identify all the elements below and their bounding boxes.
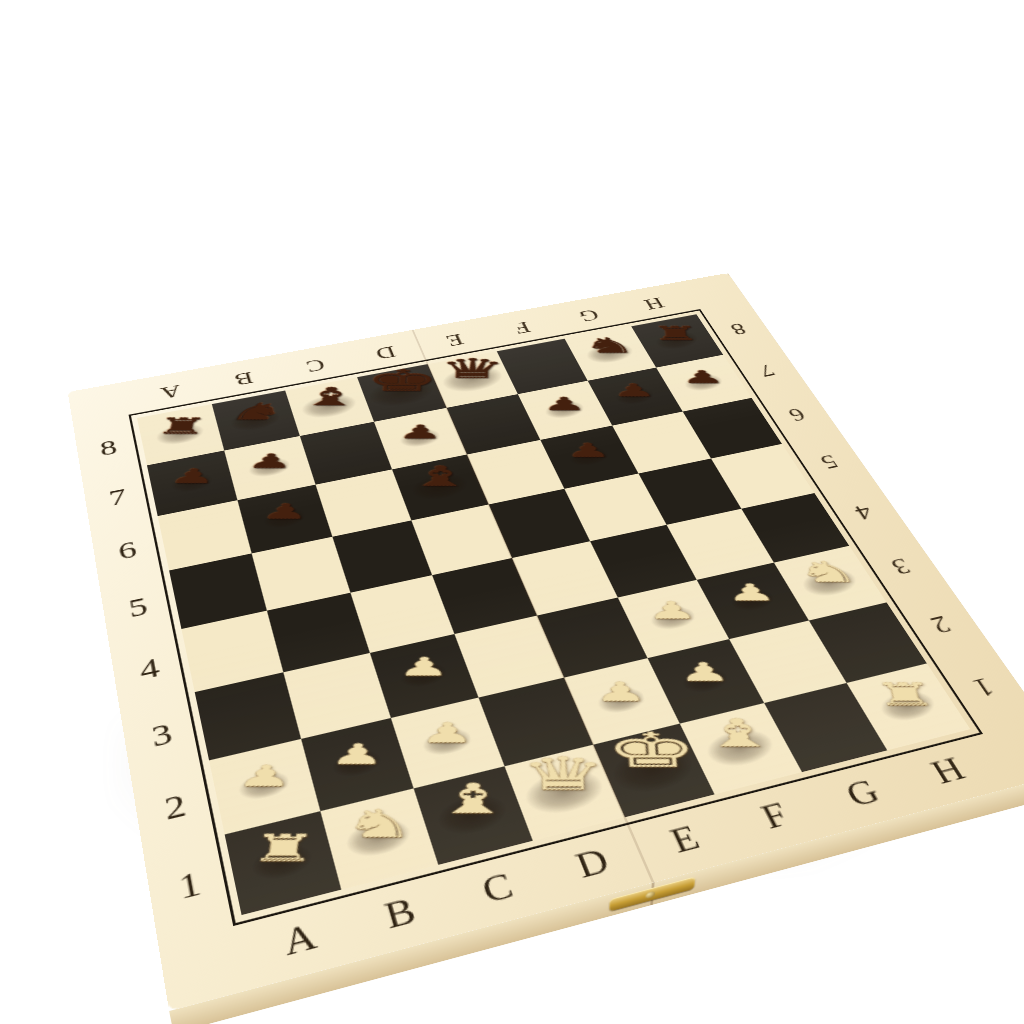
rank-label-left-5: 5	[127, 592, 151, 621]
file-label-top-F: F	[511, 319, 534, 337]
rank-label-right-3: 3	[886, 554, 915, 578]
product-photo-wooden-chess-set: AABBCCDDEEFFGGHH1122334455667788 ♜♞♝♚♛♞♜…	[0, 0, 1024, 1024]
rank-label-right-4: 4	[849, 501, 877, 524]
rank-label-left-7: 7	[107, 484, 129, 510]
piece-dark-bishop-c8[interactable]: ♝	[298, 384, 362, 409]
rank-label-right-7: 7	[754, 361, 778, 379]
rank-label-left-3: 3	[149, 718, 176, 752]
file-label-top-D: D	[372, 343, 398, 362]
piece-dark-queen-e8[interactable]: ♛	[438, 355, 506, 382]
file-label-top-H: H	[640, 295, 667, 313]
file-label-bottom-H: H	[925, 751, 972, 789]
rank-label-right-6: 6	[784, 405, 809, 425]
rank-label-left-2: 2	[162, 788, 190, 825]
piece-dark-knight-b8[interactable]: ♞	[227, 400, 287, 423]
piece-dark-knight-g8[interactable]: ♞	[582, 335, 636, 356]
file-label-bottom-G: G	[840, 773, 886, 812]
file-label-top-B: B	[231, 369, 255, 389]
piece-dark-king-d8[interactable]: ♚	[364, 366, 439, 396]
rank-label-right-8: 8	[726, 320, 749, 337]
rank-label-right-1: 1	[967, 673, 1000, 701]
file-label-bottom-C: C	[478, 866, 519, 909]
chess-board: AABBCCDDEEFFGGHH1122334455667788 ♜♞♝♚♛♞♜…	[68, 273, 1024, 1011]
file-label-bottom-D: D	[571, 842, 615, 884]
file-label-top-E: E	[442, 331, 466, 349]
file-label-top-A: A	[158, 382, 183, 402]
piece-dark-bishop-d6[interactable]: ♝	[407, 462, 472, 490]
rank-label-left-6: 6	[116, 536, 139, 563]
rank-label-right-2: 2	[925, 611, 956, 637]
rank-label-left-4: 4	[137, 653, 162, 685]
rank-label-left-8: 8	[98, 436, 120, 460]
file-label-bottom-A: A	[280, 916, 322, 962]
file-label-bottom-B: B	[381, 891, 421, 935]
file-label-bottom-E: E	[665, 819, 706, 859]
file-label-bottom-F: F	[756, 796, 795, 834]
rank-label-right-5: 5	[815, 451, 842, 472]
file-label-top-G: G	[575, 306, 602, 324]
file-label-top-C: C	[303, 356, 327, 375]
scene: AABBCCDDEEFFGGHH1122334455667788 ♜♞♝♚♛♞♜…	[0, 0, 1024, 1024]
rank-label-left-1: 1	[176, 864, 205, 905]
